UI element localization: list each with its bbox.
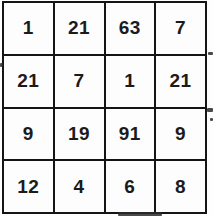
cell-number: 1 [23,17,34,39]
scan-artifact [208,52,213,55]
cell-number: 4 [74,176,85,198]
cell-number: 9 [23,123,34,145]
grid-cell-r0c1: 21 [55,3,104,54]
cell-number: 1 [124,70,135,92]
cell-number: 21 [68,17,90,39]
scan-artifact [210,118,213,121]
cell-number: 91 [119,123,141,145]
grid-cell-r0c2: 63 [106,3,155,54]
grid-cell-r3c0: 12 [4,161,53,212]
cell-number: 7 [74,70,85,92]
cell-number: 21 [170,70,192,92]
grid-cell-r3c2: 6 [106,161,155,212]
grid-cell-r3c3: 8 [156,161,205,212]
puzzle-scan: 1 21 63 7 21 7 1 21 9 19 91 9 12 4 6 8 [0,0,214,217]
cell-number: 9 [175,123,186,145]
grid-cell-r2c2: 91 [106,109,155,160]
cell-number: 19 [68,123,90,145]
cell-number: 12 [17,176,39,198]
grid-cell-r0c3: 7 [156,3,205,54]
grid-cell-r1c3: 21 [156,56,205,107]
scan-artifact [207,108,213,112]
cell-number: 63 [119,17,141,39]
cell-number: 8 [175,176,186,198]
scan-artifact [0,63,3,67]
grid-cell-r0c0: 1 [4,3,53,54]
cell-number: 6 [124,176,135,198]
grid-cell-r1c0: 21 [4,56,53,107]
grid-cell-r1c1: 7 [55,56,104,107]
grid-cell-r2c3: 9 [156,109,205,160]
cell-number: 21 [17,70,39,92]
grid-cell-r1c2: 1 [106,56,155,107]
number-grid-board: 1 21 63 7 21 7 1 21 9 19 91 9 12 4 6 8 [2,1,207,214]
cell-number: 7 [175,17,186,39]
grid-cell-r2c1: 19 [55,109,104,160]
grid-cell-r2c0: 9 [4,109,53,160]
scan-artifact [118,212,162,216]
grid-cell-r3c1: 4 [55,161,104,212]
